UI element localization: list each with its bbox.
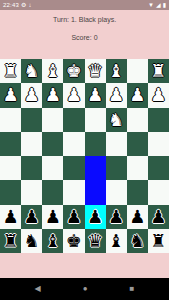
black-knight: ♞	[24, 232, 40, 250]
square-h2[interactable]: ♟	[0, 83, 21, 107]
square-c4[interactable]	[106, 132, 127, 156]
square-f7[interactable]: ♟	[42, 205, 63, 229]
square-e2[interactable]: ♟	[63, 83, 84, 107]
square-a2[interactable]: ♟	[148, 83, 169, 107]
square-h4[interactable]	[0, 132, 21, 156]
square-d3[interactable]	[85, 108, 106, 132]
square-g7[interactable]: ♟	[21, 205, 42, 229]
white-pawn: ♟	[24, 86, 40, 104]
white-pawn: ♟	[2, 86, 18, 104]
white-queen: ♛	[87, 62, 103, 80]
black-rook: ♜	[2, 232, 18, 250]
black-rook: ♜	[150, 232, 166, 250]
back-icon[interactable]: ◀	[35, 278, 41, 300]
black-pawn: ♟	[108, 208, 124, 226]
battery-icon: ▮	[163, 0, 166, 10]
square-e7[interactable]: ♟	[63, 205, 84, 229]
square-h5[interactable]	[0, 156, 21, 180]
square-c5[interactable]	[106, 156, 127, 180]
square-g2[interactable]: ♟	[21, 83, 42, 107]
black-bishop: ♝	[45, 232, 61, 250]
square-f8[interactable]: ♝	[42, 229, 63, 253]
white-pawn: ♟	[108, 86, 124, 104]
white-bishop: ♝	[108, 62, 124, 80]
recents-icon[interactable]: ■	[130, 278, 135, 300]
black-pawn: ♟	[150, 208, 166, 226]
square-c8[interactable]: ♝	[106, 229, 127, 253]
square-d5[interactable]	[85, 156, 106, 180]
game-header: Turn: 1. Black plays. Score: 0	[0, 10, 169, 59]
black-pawn: ♟	[129, 208, 145, 226]
square-f4[interactable]	[42, 132, 63, 156]
square-d1[interactable]: ♛	[85, 59, 106, 83]
black-pawn: ♟	[66, 208, 82, 226]
square-e1[interactable]: ♚	[63, 59, 84, 83]
white-rook: ♜	[2, 62, 18, 80]
square-b2[interactable]: ♟	[127, 83, 148, 107]
square-f6[interactable]	[42, 180, 63, 204]
square-c7[interactable]: ♟	[106, 205, 127, 229]
white-pawn: ♟	[150, 86, 166, 104]
square-a7[interactable]: ♟	[148, 205, 169, 229]
square-e5[interactable]	[63, 156, 84, 180]
square-f1[interactable]: ♝	[42, 59, 63, 83]
white-pawn: ♟	[45, 86, 61, 104]
square-a8[interactable]: ♜	[148, 229, 169, 253]
square-d7[interactable]: ♟	[85, 205, 106, 229]
chess-board: ♜♞♝♚♛♝♜♟♟♟♟♟♟♟♟♞♟♟♟♟♟♟♟♟♜♞♝♚♛♝♞♜	[0, 59, 169, 253]
status-bar: 22:43 ⚙ ↓ ▼ ◢ ▮	[0, 0, 169, 10]
black-knight: ♞	[129, 232, 145, 250]
square-a4[interactable]	[148, 132, 169, 156]
square-g6[interactable]	[21, 180, 42, 204]
square-d8[interactable]: ♛	[85, 229, 106, 253]
bottom-strip	[0, 253, 169, 278]
square-c1[interactable]: ♝	[106, 59, 127, 83]
square-a3[interactable]	[148, 108, 169, 132]
white-rook: ♜	[150, 62, 166, 80]
white-pawn: ♟	[87, 86, 103, 104]
white-knight: ♞	[24, 62, 40, 80]
wifi-icon: ▼	[148, 0, 154, 10]
square-g1[interactable]: ♞	[21, 59, 42, 83]
square-e3[interactable]	[63, 108, 84, 132]
home-icon[interactable]: ●	[83, 278, 88, 300]
square-f2[interactable]: ♟	[42, 83, 63, 107]
white-king: ♚	[66, 62, 82, 80]
square-h3[interactable]	[0, 108, 21, 132]
square-d2[interactable]: ♟	[85, 83, 106, 107]
android-navigation-bar: ◀ ● ■	[0, 278, 169, 300]
download-icon: ↓	[28, 0, 31, 10]
white-pawn: ♟	[129, 86, 145, 104]
turn-indicator: Turn: 1. Black plays.	[0, 10, 169, 24]
white-pawn: ♟	[66, 86, 82, 104]
black-pawn: ♟	[45, 208, 61, 226]
square-e8[interactable]: ♚	[63, 229, 84, 253]
square-a6[interactable]	[148, 180, 169, 204]
square-b5[interactable]	[127, 156, 148, 180]
square-c2[interactable]: ♟	[106, 83, 127, 107]
square-d4[interactable]	[85, 132, 106, 156]
square-g8[interactable]: ♞	[21, 229, 42, 253]
square-h7[interactable]: ♟	[0, 205, 21, 229]
square-g5[interactable]	[21, 156, 42, 180]
square-b4[interactable]	[127, 132, 148, 156]
signal-icon: ◢	[156, 0, 161, 10]
square-b8[interactable]: ♞	[127, 229, 148, 253]
square-h6[interactable]	[0, 180, 21, 204]
black-pawn: ♟	[87, 208, 103, 226]
black-king: ♚	[66, 232, 82, 250]
square-h1[interactable]: ♜	[0, 59, 21, 83]
white-knight: ♞	[108, 111, 124, 129]
square-e6[interactable]	[63, 180, 84, 204]
clock: 22:43	[3, 0, 19, 10]
white-bishop: ♝	[45, 62, 61, 80]
square-b7[interactable]: ♟	[127, 205, 148, 229]
black-bishop: ♝	[108, 232, 124, 250]
square-c6[interactable]	[106, 180, 127, 204]
square-e4[interactable]	[63, 132, 84, 156]
app-screen: 22:43 ⚙ ↓ ▼ ◢ ▮ Turn: 1. Black plays. Sc…	[0, 0, 169, 300]
black-queen: ♛	[87, 232, 103, 250]
square-b6[interactable]	[127, 180, 148, 204]
square-f3[interactable]	[42, 108, 63, 132]
black-pawn: ♟	[2, 208, 18, 226]
square-g4[interactable]	[21, 132, 42, 156]
square-a1[interactable]: ♜	[148, 59, 169, 83]
square-h8[interactable]: ♜	[0, 229, 21, 253]
square-g3[interactable]	[21, 108, 42, 132]
square-b1[interactable]	[127, 59, 148, 83]
score-indicator: Score: 0	[0, 33, 169, 42]
square-d6[interactable]	[85, 180, 106, 204]
gear-icon: ⚙	[21, 0, 26, 10]
square-b3[interactable]	[127, 108, 148, 132]
square-c3[interactable]: ♞	[106, 108, 127, 132]
square-f5[interactable]	[42, 156, 63, 180]
black-pawn: ♟	[24, 208, 40, 226]
square-a5[interactable]	[148, 156, 169, 180]
